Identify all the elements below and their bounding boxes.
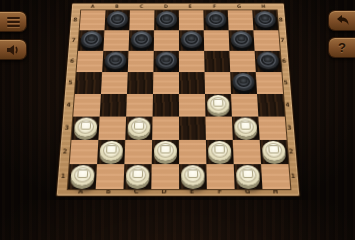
square-D1 xyxy=(151,164,179,189)
square-E1[interactable] xyxy=(179,164,207,189)
square-G8 xyxy=(227,10,253,30)
square-B3 xyxy=(98,117,126,140)
undo-arrow-icon xyxy=(335,14,350,27)
square-D4[interactable] xyxy=(152,94,178,117)
file-labels-top: ABCDEFGH xyxy=(80,4,275,9)
square-E7[interactable] xyxy=(178,30,203,51)
square-G1[interactable] xyxy=(233,164,262,189)
coord-label: C xyxy=(129,4,154,9)
checker-black[interactable] xyxy=(254,11,276,27)
square-F1 xyxy=(206,164,234,189)
square-D3 xyxy=(152,117,179,140)
square-A5[interactable] xyxy=(74,72,101,94)
square-F6[interactable] xyxy=(204,51,230,72)
checker-white[interactable] xyxy=(261,140,285,160)
square-B2[interactable] xyxy=(97,140,125,164)
square-H5 xyxy=(255,72,282,94)
checker-white[interactable] xyxy=(153,140,176,160)
hamburger-menu-icon xyxy=(7,15,20,29)
checker-white[interactable] xyxy=(99,140,123,160)
square-E3[interactable] xyxy=(179,117,206,140)
coord-label: E xyxy=(178,4,202,9)
question-mark-icon: ? xyxy=(338,41,346,54)
square-F7 xyxy=(203,30,229,51)
square-E5[interactable] xyxy=(178,72,204,94)
coord-label: G xyxy=(226,4,251,9)
square-A4 xyxy=(73,94,101,117)
board-wrapper: ABCDEFGH ABCDEFGH 87654321 87654321 xyxy=(55,3,300,197)
square-D8[interactable] xyxy=(154,10,179,30)
square-H1 xyxy=(261,164,290,189)
square-D6[interactable] xyxy=(153,51,179,72)
checker-black[interactable] xyxy=(230,31,252,48)
checker-white[interactable] xyxy=(235,165,259,186)
help-button[interactable]: ? xyxy=(328,37,355,58)
square-G2 xyxy=(232,140,260,164)
square-F3 xyxy=(205,117,232,140)
undo-button[interactable] xyxy=(328,10,355,31)
square-F4[interactable] xyxy=(205,94,232,117)
square-C8 xyxy=(129,10,154,30)
checker-black[interactable] xyxy=(256,51,279,68)
square-H3 xyxy=(258,117,286,140)
square-G7[interactable] xyxy=(228,30,254,51)
checker-black[interactable] xyxy=(156,11,177,27)
checker-white[interactable] xyxy=(207,94,230,113)
checker-white[interactable] xyxy=(181,165,205,186)
square-C4 xyxy=(126,94,153,117)
square-C1[interactable] xyxy=(123,164,151,189)
square-E6 xyxy=(178,51,204,72)
square-B7 xyxy=(103,30,129,51)
square-D7 xyxy=(153,30,178,51)
square-C3[interactable] xyxy=(125,117,152,140)
checker-white[interactable] xyxy=(233,117,256,136)
square-C2 xyxy=(124,140,152,164)
checker-white[interactable] xyxy=(207,140,230,160)
square-A2 xyxy=(69,140,98,164)
square-A1[interactable] xyxy=(67,164,96,189)
checker-black[interactable] xyxy=(180,31,201,48)
coord-label: A xyxy=(80,4,105,9)
checker-black[interactable] xyxy=(232,73,255,91)
square-H6[interactable] xyxy=(254,51,281,72)
square-G5[interactable] xyxy=(230,72,257,94)
checker-black[interactable] xyxy=(104,51,126,68)
checker-black[interactable] xyxy=(106,11,128,27)
square-H8[interactable] xyxy=(252,10,278,30)
square-B5 xyxy=(100,72,127,94)
square-C7[interactable] xyxy=(128,30,154,51)
square-E2 xyxy=(179,140,206,164)
square-A7[interactable] xyxy=(78,30,104,51)
square-B8[interactable] xyxy=(104,10,130,30)
square-D2[interactable] xyxy=(151,140,178,164)
coord-label: D xyxy=(153,4,177,9)
coord-label: F xyxy=(202,4,227,9)
checker-white[interactable] xyxy=(127,117,150,136)
square-G3[interactable] xyxy=(231,117,259,140)
square-A6 xyxy=(76,51,103,72)
coord-label: H xyxy=(250,4,275,9)
menu-button[interactable] xyxy=(0,11,27,32)
square-D5 xyxy=(152,72,178,94)
checker-white[interactable] xyxy=(73,117,97,136)
square-B1 xyxy=(95,164,124,189)
sound-button[interactable] xyxy=(0,39,27,60)
board-field xyxy=(66,9,291,190)
checker-black[interactable] xyxy=(80,31,102,48)
game-screen: { "game": "checkers", "board": { "files"… xyxy=(0,0,355,200)
checker-white[interactable] xyxy=(125,165,149,186)
checker-white[interactable] xyxy=(70,165,95,186)
square-C6 xyxy=(127,51,153,72)
square-H7 xyxy=(253,30,279,51)
square-G4 xyxy=(231,94,258,117)
square-E4 xyxy=(179,94,205,117)
square-B6[interactable] xyxy=(102,51,128,72)
coord-label: B xyxy=(104,4,129,9)
square-C5[interactable] xyxy=(126,72,152,94)
checker-black[interactable] xyxy=(155,51,177,68)
checker-black[interactable] xyxy=(205,11,226,27)
square-F5 xyxy=(204,72,230,94)
square-E8 xyxy=(178,10,203,30)
square-F8[interactable] xyxy=(203,10,228,30)
square-H4[interactable] xyxy=(257,94,285,117)
square-A8 xyxy=(79,10,105,30)
speaker-icon xyxy=(6,44,20,56)
checkers-board: ABCDEFGH ABCDEFGH 87654321 87654321 xyxy=(55,3,300,197)
checker-black[interactable] xyxy=(130,31,152,48)
square-H2[interactable] xyxy=(259,140,288,164)
square-A3[interactable] xyxy=(71,117,99,140)
square-B4[interactable] xyxy=(99,94,126,117)
square-G6 xyxy=(229,51,255,72)
square-F2[interactable] xyxy=(205,140,233,164)
